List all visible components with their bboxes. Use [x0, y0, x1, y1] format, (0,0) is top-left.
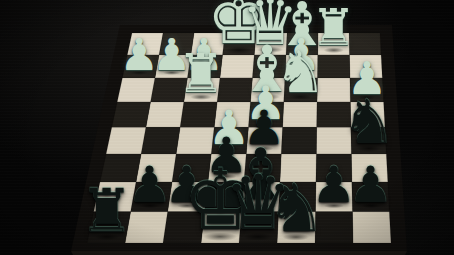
piece-white-rook-f3[interactable]: ♜ — [177, 48, 225, 101]
piece-black-knight-a5[interactable]: ♞ — [341, 92, 396, 153]
piece-white-pawn-h2[interactable]: ♟ — [119, 33, 158, 77]
pieces-layer: ♚♛♝♜♜♝♞♟♟♟♟♟♟♟♚♛♜♞♝♞♟♟♟♟♟♟ — [0, 0, 454, 255]
chess-scene: ♚♛♝♜♜♝♞♟♟♟♟♟♟♟♚♛♜♞♝♞♟♟♟♟♟♟ — [0, 0, 454, 255]
piece-black-knight-c8[interactable]: ♞ — [267, 175, 326, 241]
piece-black-rook-h8[interactable]: ♜ — [80, 181, 134, 242]
piece-black-pawn-g7[interactable]: ♟ — [127, 160, 172, 210]
